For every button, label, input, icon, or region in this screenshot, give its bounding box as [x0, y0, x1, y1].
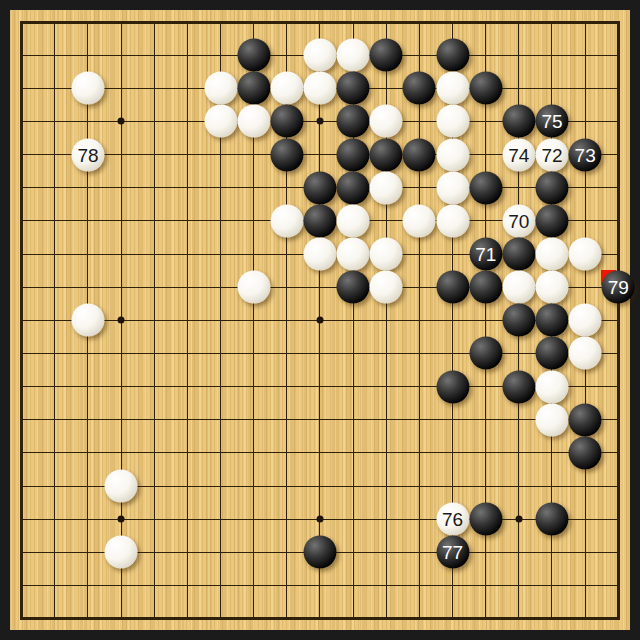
stone-black — [502, 105, 535, 138]
grid-line-horizontal — [20, 452, 620, 453]
stone-black — [337, 72, 370, 105]
stone-white — [436, 138, 469, 171]
stone-black — [370, 138, 403, 171]
stone-black — [535, 304, 568, 337]
move-number-label: 78 — [77, 145, 98, 164]
stone-black — [270, 138, 303, 171]
stone-white — [71, 304, 104, 337]
move-number-label: 77 — [442, 543, 463, 562]
stone-black — [535, 337, 568, 370]
stone-white-move-70: 70 — [502, 204, 535, 237]
stone-black — [469, 72, 502, 105]
stone-white — [204, 105, 237, 138]
stone-black — [502, 238, 535, 271]
stone-white — [436, 171, 469, 204]
stone-black-move-77: 77 — [436, 536, 469, 569]
stone-black — [237, 39, 270, 72]
stone-white — [535, 271, 568, 304]
stone-black — [502, 304, 535, 337]
stone-white-move-74: 74 — [502, 138, 535, 171]
stone-white — [370, 105, 403, 138]
stone-black-move-75: 75 — [535, 105, 568, 138]
stone-white — [270, 204, 303, 237]
stone-black — [535, 204, 568, 237]
stone-white — [535, 238, 568, 271]
move-number-label: 71 — [475, 245, 496, 264]
stone-white — [569, 238, 602, 271]
stone-black — [469, 503, 502, 536]
move-number-label: 75 — [541, 112, 562, 131]
stone-black — [370, 39, 403, 72]
stone-white — [403, 204, 436, 237]
stone-white — [204, 72, 237, 105]
stone-black — [337, 138, 370, 171]
stone-black — [337, 105, 370, 138]
stone-black — [237, 72, 270, 105]
stone-black — [337, 171, 370, 204]
stone-white — [270, 72, 303, 105]
stone-black — [502, 370, 535, 403]
star-point — [316, 118, 323, 125]
stone-white-move-78: 78 — [71, 138, 104, 171]
stone-white — [337, 238, 370, 271]
stone-white — [569, 304, 602, 337]
stone-white — [535, 370, 568, 403]
star-point — [118, 317, 125, 324]
stone-black — [303, 204, 336, 237]
stone-black-move-79: 79 — [602, 271, 635, 304]
stone-black — [303, 536, 336, 569]
stone-white — [436, 105, 469, 138]
go-board[interactable]: 75787472737071797677 — [10, 10, 630, 630]
star-point — [118, 118, 125, 125]
board-frame: 75787472737071797677 — [0, 0, 640, 640]
stone-white — [370, 271, 403, 304]
grid-line-vertical — [617, 21, 620, 621]
star-point — [316, 516, 323, 523]
stone-black — [337, 271, 370, 304]
stone-white — [337, 204, 370, 237]
stone-black — [469, 271, 502, 304]
stone-black — [436, 39, 469, 72]
stone-black — [270, 105, 303, 138]
move-number-label: 74 — [508, 145, 529, 164]
stone-white — [436, 204, 469, 237]
stone-black — [403, 138, 436, 171]
stone-white — [436, 72, 469, 105]
stone-white — [303, 238, 336, 271]
stone-white — [502, 271, 535, 304]
grid-line-horizontal — [20, 585, 620, 586]
stone-black-move-71: 71 — [469, 238, 502, 271]
stone-black — [469, 337, 502, 370]
move-number-label: 76 — [442, 510, 463, 529]
stone-black — [569, 403, 602, 436]
stone-black — [535, 171, 568, 204]
stone-black — [436, 370, 469, 403]
stone-white — [370, 171, 403, 204]
stone-black — [469, 171, 502, 204]
stone-black — [436, 271, 469, 304]
grid-line-horizontal — [20, 617, 620, 620]
stone-black — [403, 72, 436, 105]
move-number-label: 73 — [575, 145, 596, 164]
stone-white — [105, 470, 138, 503]
stone-white — [105, 536, 138, 569]
grid-line-horizontal — [20, 419, 620, 420]
star-point — [515, 516, 522, 523]
stone-white — [303, 39, 336, 72]
stone-black — [303, 171, 336, 204]
stone-black-move-73: 73 — [569, 138, 602, 171]
stone-white — [237, 271, 270, 304]
move-number-label: 79 — [608, 278, 629, 297]
star-point — [118, 516, 125, 523]
grid-line-vertical — [419, 21, 420, 621]
stone-white — [370, 238, 403, 271]
stone-white — [337, 39, 370, 72]
stone-white — [303, 72, 336, 105]
move-number-label: 72 — [541, 145, 562, 164]
stone-black — [569, 436, 602, 469]
stone-black — [535, 503, 568, 536]
stone-white — [535, 403, 568, 436]
star-point — [316, 317, 323, 324]
grid-line-horizontal — [20, 353, 620, 354]
stone-white — [237, 105, 270, 138]
stone-white — [71, 72, 104, 105]
stone-white-move-72: 72 — [535, 138, 568, 171]
move-number-label: 70 — [508, 211, 529, 230]
stone-white-move-76: 76 — [436, 503, 469, 536]
board-grid[interactable]: 75787472737071797677 — [22, 22, 619, 619]
stone-white — [569, 337, 602, 370]
